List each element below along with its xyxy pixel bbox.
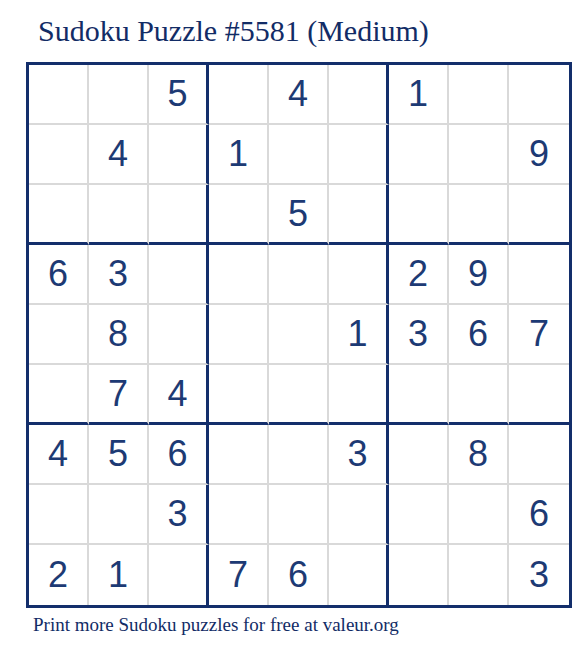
sudoku-cell-r1c8 [449, 65, 509, 125]
sudoku-cell-r1c1 [29, 65, 89, 125]
sudoku-cell-r9c3 [149, 545, 209, 605]
sudoku-cell-r4c9 [509, 245, 569, 305]
sudoku-cell-r1c2 [89, 65, 149, 125]
sudoku-cell-r3c3 [149, 185, 209, 245]
sudoku-cell-r3c1 [29, 185, 89, 245]
sudoku-cell-r3c6 [329, 185, 389, 245]
sudoku-cell-r8c7 [389, 485, 449, 545]
sudoku-cell-r2c6 [329, 125, 389, 185]
sudoku-cell-r4c4 [209, 245, 269, 305]
sudoku-cell-r8c8 [449, 485, 509, 545]
sudoku-cell-r5c7: 3 [389, 305, 449, 365]
sudoku-cell-r3c4 [209, 185, 269, 245]
sudoku-cell-r4c1: 6 [29, 245, 89, 305]
sudoku-cell-r6c8 [449, 365, 509, 425]
sudoku-cell-r3c2 [89, 185, 149, 245]
sudoku-cell-r5c3 [149, 305, 209, 365]
sudoku-cell-r5c5 [269, 305, 329, 365]
sudoku-cell-r1c3: 5 [149, 65, 209, 125]
sudoku-cell-r8c2 [89, 485, 149, 545]
sudoku-cell-r1c5: 4 [269, 65, 329, 125]
sudoku-cell-r3c5: 5 [269, 185, 329, 245]
sudoku-cell-r8c9: 6 [509, 485, 569, 545]
sudoku-cell-r6c4 [209, 365, 269, 425]
sudoku-cell-r7c2: 5 [89, 425, 149, 485]
sudoku-cell-r3c7 [389, 185, 449, 245]
sudoku-cell-r8c6 [329, 485, 389, 545]
sudoku-cell-r9c6 [329, 545, 389, 605]
sudoku-cell-r2c4: 1 [209, 125, 269, 185]
footer-text: Print more Sudoku puzzles for free at va… [33, 614, 399, 636]
sudoku-cell-r9c7 [389, 545, 449, 605]
sudoku-cell-r6c6 [329, 365, 389, 425]
sudoku-cell-r8c4 [209, 485, 269, 545]
sudoku-cell-r2c3 [149, 125, 209, 185]
sudoku-cell-r1c7: 1 [389, 65, 449, 125]
sudoku-cell-r5c6: 1 [329, 305, 389, 365]
sudoku-cell-r7c3: 6 [149, 425, 209, 485]
sudoku-cell-r9c8 [449, 545, 509, 605]
sudoku-cell-r7c6: 3 [329, 425, 389, 485]
sudoku-cell-r8c3: 3 [149, 485, 209, 545]
sudoku-cell-r2c7 [389, 125, 449, 185]
sudoku-cell-r1c9 [509, 65, 569, 125]
sudoku-cell-r9c2: 1 [89, 545, 149, 605]
page-title: Sudoku Puzzle #5581 (Medium) [38, 14, 429, 48]
sudoku-cell-r5c8: 6 [449, 305, 509, 365]
sudoku-cell-r6c3: 4 [149, 365, 209, 425]
sudoku-cell-r2c2: 4 [89, 125, 149, 185]
sudoku-cell-r3c8 [449, 185, 509, 245]
sudoku-cell-r5c1 [29, 305, 89, 365]
sudoku-cell-r5c2: 8 [89, 305, 149, 365]
sudoku-cell-r4c2: 3 [89, 245, 149, 305]
sudoku-cell-r6c2: 7 [89, 365, 149, 425]
sudoku-cell-r8c1 [29, 485, 89, 545]
sudoku-cell-r4c6 [329, 245, 389, 305]
sudoku-cell-r6c5 [269, 365, 329, 425]
sudoku-cell-r3c9 [509, 185, 569, 245]
sudoku-cell-r2c5 [269, 125, 329, 185]
sudoku-cell-r1c6 [329, 65, 389, 125]
sudoku-cell-r4c8: 9 [449, 245, 509, 305]
sudoku-cell-r8c5 [269, 485, 329, 545]
sudoku-cell-r9c9: 3 [509, 545, 569, 605]
sudoku-cell-r7c8: 8 [449, 425, 509, 485]
sudoku-cell-r6c7 [389, 365, 449, 425]
sudoku-cell-r9c4: 7 [209, 545, 269, 605]
sudoku-cell-r2c1 [29, 125, 89, 185]
sudoku-cell-r7c1: 4 [29, 425, 89, 485]
sudoku-cell-r7c7 [389, 425, 449, 485]
sudoku-cell-r9c5: 6 [269, 545, 329, 605]
sudoku-cell-r7c9 [509, 425, 569, 485]
sudoku-cell-r1c4 [209, 65, 269, 125]
sudoku-cell-r6c1 [29, 365, 89, 425]
sudoku-cell-r4c7: 2 [389, 245, 449, 305]
sudoku-cell-r2c8 [449, 125, 509, 185]
sudoku-cell-r4c3 [149, 245, 209, 305]
sudoku-cell-r5c4 [209, 305, 269, 365]
sudoku-cell-r7c5 [269, 425, 329, 485]
sudoku-cell-r9c1: 2 [29, 545, 89, 605]
sudoku-cell-r4c5 [269, 245, 329, 305]
sudoku-cell-r2c9: 9 [509, 125, 569, 185]
sudoku-cell-r5c9: 7 [509, 305, 569, 365]
sudoku-cell-r6c9 [509, 365, 569, 425]
sudoku-board: 541419563298136774456383621763 [26, 62, 572, 608]
sudoku-cell-r7c4 [209, 425, 269, 485]
